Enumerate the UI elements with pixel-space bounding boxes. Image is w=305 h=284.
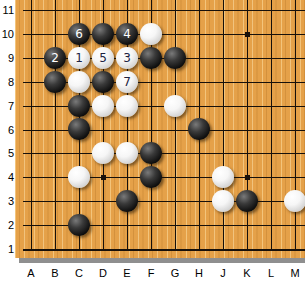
black-stone bbox=[188, 118, 210, 140]
row-label-7: 7 bbox=[0, 99, 14, 113]
move-number: 3 bbox=[123, 47, 131, 69]
col-label-D: D bbox=[95, 266, 111, 280]
board-point-C10: 6 bbox=[67, 22, 91, 46]
stones-layer: 6421537 bbox=[19, 0, 305, 261]
board-point-B8 bbox=[43, 70, 67, 94]
go-board-diagram: 6421537 1110987654321 ABCDEFGHJKLM bbox=[0, 0, 305, 284]
white-stone bbox=[92, 142, 114, 164]
move-number: 7 bbox=[123, 71, 131, 93]
row-label-1: 1 bbox=[0, 242, 14, 256]
board-point-D5 bbox=[91, 141, 115, 165]
white-stone bbox=[68, 71, 90, 93]
board-point-F9 bbox=[139, 46, 163, 70]
board-point-J3 bbox=[211, 189, 235, 213]
board-point-G7 bbox=[163, 94, 187, 118]
board-point-H6 bbox=[187, 117, 211, 141]
col-label-B: B bbox=[47, 266, 63, 280]
board-point-K3 bbox=[235, 189, 259, 213]
board-point-D9: 5 bbox=[91, 46, 115, 70]
board-point-B9: 2 bbox=[43, 46, 67, 70]
board-point-C8 bbox=[67, 70, 91, 94]
row-label-11: 11 bbox=[0, 3, 14, 17]
board-point-F4 bbox=[139, 165, 163, 189]
black-stone bbox=[164, 47, 186, 69]
black-stone bbox=[68, 214, 90, 236]
move-number: 2 bbox=[51, 47, 59, 69]
board-point-C9: 1 bbox=[67, 46, 91, 70]
col-label-E: E bbox=[119, 266, 135, 280]
col-label-K: K bbox=[239, 266, 255, 280]
white-stone bbox=[140, 23, 162, 45]
board-point-F5 bbox=[139, 141, 163, 165]
black-stone bbox=[140, 166, 162, 188]
black-stone bbox=[116, 190, 138, 212]
col-label-J: J bbox=[215, 266, 231, 280]
move-number: 1 bbox=[75, 47, 83, 69]
black-stone bbox=[92, 23, 114, 45]
col-label-H: H bbox=[191, 266, 207, 280]
white-stone bbox=[212, 190, 234, 212]
board-point-D7 bbox=[91, 94, 115, 118]
row-label-3: 3 bbox=[0, 194, 14, 208]
move-number: 6 bbox=[75, 23, 83, 45]
board-point-E9: 3 bbox=[115, 46, 139, 70]
col-label-G: G bbox=[167, 266, 183, 280]
board-point-D10 bbox=[91, 22, 115, 46]
col-label-A: A bbox=[23, 266, 39, 280]
row-label-4: 4 bbox=[0, 170, 14, 184]
black-stone bbox=[92, 71, 114, 93]
board-point-E7 bbox=[115, 94, 139, 118]
white-stone bbox=[68, 166, 90, 188]
row-label-5: 5 bbox=[0, 146, 14, 160]
black-stone bbox=[68, 118, 90, 140]
col-label-C: C bbox=[71, 266, 87, 280]
white-stone: 1 bbox=[68, 47, 90, 69]
black-stone bbox=[236, 190, 258, 212]
board-point-E3 bbox=[115, 189, 139, 213]
white-stone bbox=[92, 95, 114, 117]
white-stone bbox=[284, 190, 305, 212]
white-stone: 3 bbox=[116, 47, 138, 69]
black-stone: 2 bbox=[44, 47, 66, 69]
board-point-M3 bbox=[283, 189, 305, 213]
board-point-J4 bbox=[211, 165, 235, 189]
white-stone bbox=[164, 95, 186, 117]
move-number: 5 bbox=[99, 47, 107, 69]
board-point-D8 bbox=[91, 70, 115, 94]
white-stone bbox=[116, 95, 138, 117]
board-point-C4 bbox=[67, 165, 91, 189]
black-stone bbox=[68, 95, 90, 117]
col-label-L: L bbox=[263, 266, 279, 280]
white-stone: 5 bbox=[92, 47, 114, 69]
board-point-E8: 7 bbox=[115, 70, 139, 94]
row-label-8: 8 bbox=[0, 75, 14, 89]
white-stone bbox=[116, 142, 138, 164]
board-point-C7 bbox=[67, 94, 91, 118]
board-point-G9 bbox=[163, 46, 187, 70]
black-stone: 6 bbox=[68, 23, 90, 45]
board-point-F10 bbox=[139, 22, 163, 46]
col-label-M: M bbox=[287, 266, 303, 280]
black-stone bbox=[140, 142, 162, 164]
col-label-F: F bbox=[143, 266, 159, 280]
move-number: 4 bbox=[123, 23, 131, 45]
board-point-E5 bbox=[115, 141, 139, 165]
row-label-10: 10 bbox=[0, 27, 14, 41]
black-stone bbox=[140, 47, 162, 69]
white-stone: 7 bbox=[116, 71, 138, 93]
row-label-2: 2 bbox=[0, 218, 14, 232]
white-stone bbox=[212, 166, 234, 188]
row-label-9: 9 bbox=[0, 51, 14, 65]
board-point-C6 bbox=[67, 117, 91, 141]
board-point-E10: 4 bbox=[115, 22, 139, 46]
board-point-C2 bbox=[67, 213, 91, 237]
black-stone bbox=[44, 71, 66, 93]
row-label-6: 6 bbox=[0, 123, 14, 137]
black-stone: 4 bbox=[116, 23, 138, 45]
